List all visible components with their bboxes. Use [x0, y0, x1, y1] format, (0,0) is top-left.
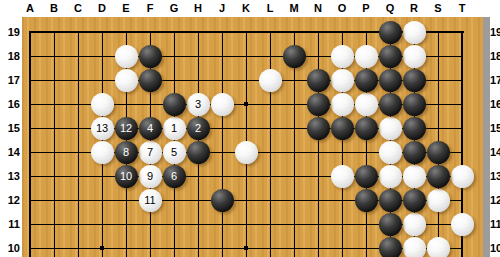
row-label-left-17: 17 — [0, 72, 20, 88]
white-stone-K14 — [235, 141, 258, 164]
white-stone-L17 — [259, 69, 282, 92]
move-number-11: 11 — [144, 195, 155, 206]
move-number-7: 7 — [147, 147, 153, 158]
star-point-D10 — [100, 246, 104, 250]
col-label-S: S — [434, 0, 441, 16]
star-point-K10 — [244, 246, 248, 250]
black-stone-M18 — [283, 45, 306, 68]
white-stone-Q13 — [379, 165, 402, 188]
black-stone-O15 — [331, 117, 354, 140]
col-label-R: R — [410, 0, 418, 16]
black-stone-F17 — [139, 69, 162, 92]
white-stone-D16 — [91, 93, 114, 116]
move-number-5: 5 — [171, 147, 177, 158]
col-label-D: D — [98, 0, 106, 16]
board-edge-left — [29, 31, 31, 257]
row-label-right-13: 13 — [490, 168, 500, 184]
white-stone-H16: 3 — [187, 93, 210, 116]
black-stone-N15 — [307, 117, 330, 140]
move-number-3: 3 — [195, 99, 201, 110]
black-stone-S14 — [427, 141, 450, 164]
white-stone-E18 — [115, 45, 138, 68]
col-label-N: N — [314, 0, 322, 16]
white-stone-O16 — [331, 93, 354, 116]
row-label-right-12: 12 — [490, 192, 500, 208]
col-label-E: E — [122, 0, 129, 16]
row-label-left-10: 10 — [0, 240, 20, 256]
row-label-left-14: 14 — [0, 144, 20, 160]
col-label-Q: Q — [386, 0, 395, 16]
black-stone-Q18 — [379, 45, 402, 68]
white-stone-F13: 9 — [139, 165, 162, 188]
col-label-C: C — [74, 0, 82, 16]
row-label-left-11: 11 — [0, 216, 20, 232]
col-label-M: M — [289, 0, 298, 16]
black-stone-R17 — [403, 69, 426, 92]
white-stone-S10 — [427, 237, 450, 257]
white-stone-S12 — [427, 189, 450, 212]
row-label-right-16: 16 — [490, 96, 500, 112]
black-stone-P12 — [355, 189, 378, 212]
col-label-T: T — [459, 0, 466, 16]
move-number-12: 12 — [120, 123, 132, 134]
black-stone-P15 — [355, 117, 378, 140]
move-number-8: 8 — [123, 147, 129, 158]
black-stone-J12 — [211, 189, 234, 212]
white-stone-P16 — [355, 93, 378, 116]
black-stone-P17 — [355, 69, 378, 92]
black-stone-N17 — [307, 69, 330, 92]
black-stone-G13: 6 — [163, 165, 186, 188]
black-stone-G16 — [163, 93, 186, 116]
black-stone-Q17 — [379, 69, 402, 92]
black-stone-Q10 — [379, 237, 402, 257]
black-stone-R14 — [403, 141, 426, 164]
col-label-A: A — [26, 0, 34, 16]
black-stone-S13 — [427, 165, 450, 188]
row-label-right-18: 18 — [490, 48, 500, 64]
col-label-B: B — [50, 0, 58, 16]
move-number-1: 1 — [171, 123, 177, 134]
white-stone-G14: 5 — [163, 141, 186, 164]
col-label-O: O — [338, 0, 347, 16]
black-stone-R15 — [403, 117, 426, 140]
white-stone-R13 — [403, 165, 426, 188]
white-stone-T11 — [451, 213, 474, 236]
move-number-6: 6 — [171, 171, 177, 182]
white-stone-P18 — [355, 45, 378, 68]
black-stone-N16 — [307, 93, 330, 116]
black-stone-H15: 2 — [187, 117, 210, 140]
black-stone-P13 — [355, 165, 378, 188]
black-stone-F18 — [139, 45, 162, 68]
col-label-G: G — [170, 0, 179, 16]
white-stone-O13 — [331, 165, 354, 188]
row-label-left-16: 16 — [0, 96, 20, 112]
white-stone-O18 — [331, 45, 354, 68]
row-label-left-19: 19 — [0, 24, 20, 40]
black-stone-R12 — [403, 189, 426, 212]
row-label-right-15: 15 — [490, 120, 500, 136]
col-label-P: P — [362, 0, 369, 16]
white-stone-F14: 7 — [139, 141, 162, 164]
black-stone-F15: 4 — [139, 117, 162, 140]
black-stone-H14 — [187, 141, 210, 164]
move-number-9: 9 — [147, 171, 153, 182]
row-label-right-11: 11 — [490, 216, 500, 232]
black-stone-E13: 10 — [115, 165, 138, 188]
white-stone-R11 — [403, 213, 426, 236]
white-stone-O17 — [331, 69, 354, 92]
black-stone-Q12 — [379, 189, 402, 212]
white-stone-Q15 — [379, 117, 402, 140]
white-stone-F12: 11 — [139, 189, 162, 212]
row-label-left-18: 18 — [0, 48, 20, 64]
move-number-13: 13 — [96, 123, 108, 134]
star-point-K16 — [244, 102, 248, 106]
col-label-K: K — [242, 0, 250, 16]
black-stone-Q19 — [379, 21, 402, 44]
white-stone-G15: 1 — [163, 117, 186, 140]
move-number-10: 10 — [120, 171, 132, 182]
white-stone-E17 — [115, 69, 138, 92]
white-stone-R19 — [403, 21, 426, 44]
col-label-L: L — [267, 0, 274, 16]
row-label-left-12: 12 — [0, 192, 20, 208]
row-label-left-13: 13 — [0, 168, 20, 184]
row-label-left-15: 15 — [0, 120, 20, 136]
black-stone-E15: 12 — [115, 117, 138, 140]
go-diagram: 13791115312810462 ABCDEFGHJKLMNOPQRST 19… — [0, 0, 500, 257]
black-stone-R16 — [403, 93, 426, 116]
black-stone-Q16 — [379, 93, 402, 116]
move-number-2: 2 — [195, 123, 201, 134]
col-label-J: J — [219, 0, 225, 16]
white-stone-J16 — [211, 93, 234, 116]
row-label-right-10: 10 — [490, 240, 500, 256]
white-stone-D15: 13 — [91, 117, 114, 140]
white-stone-R10 — [403, 237, 426, 257]
row-label-right-19: 19 — [490, 24, 500, 40]
white-stone-R18 — [403, 45, 426, 68]
board-shadow — [483, 17, 490, 257]
white-stone-D14 — [91, 141, 114, 164]
black-stone-E14: 8 — [115, 141, 138, 164]
white-stone-T13 — [451, 165, 474, 188]
white-stone-Q14 — [379, 141, 402, 164]
move-number-4: 4 — [147, 123, 153, 134]
row-label-right-14: 14 — [490, 144, 500, 160]
col-label-F: F — [147, 0, 154, 16]
row-label-right-17: 17 — [490, 72, 500, 88]
col-label-H: H — [194, 0, 202, 16]
black-stone-Q11 — [379, 213, 402, 236]
